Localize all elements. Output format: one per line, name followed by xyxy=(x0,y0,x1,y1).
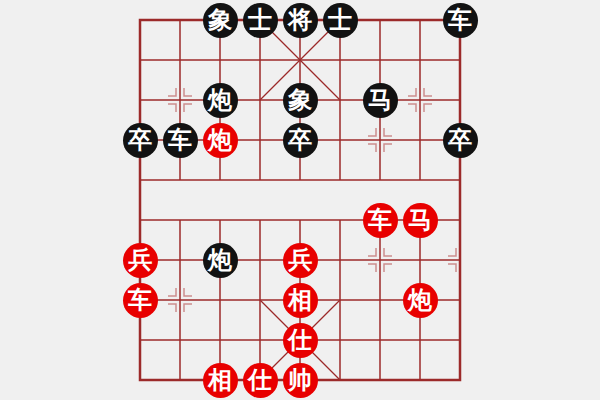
piece-grid[interactable]: 象士将士车炮象马卒车炮卒卒车马兵炮兵车相炮仕相仕帅 xyxy=(120,0,480,400)
piece-red-knight[interactable]: 马 xyxy=(403,203,438,238)
piece-red-cannon-2[interactable]: 炮 xyxy=(403,283,438,318)
piece-black-king[interactable]: 将 xyxy=(283,3,318,38)
piece-red-cannon-1[interactable]: 炮 xyxy=(203,123,238,158)
piece-black-rook-1[interactable]: 车 xyxy=(443,3,478,38)
piece-black-cannon-2[interactable]: 炮 xyxy=(203,243,238,278)
piece-red-pawn-2[interactable]: 兵 xyxy=(283,243,318,278)
piece-black-rook-2[interactable]: 车 xyxy=(163,123,198,158)
piece-red-elephant-2[interactable]: 相 xyxy=(203,363,238,398)
xiangqi-board: 象士将士车炮象马卒车炮卒卒车马兵炮兵车相炮仕相仕帅 xyxy=(0,0,600,400)
piece-black-advisor-1[interactable]: 士 xyxy=(243,3,278,38)
piece-red-pawn-1[interactable]: 兵 xyxy=(123,243,158,278)
piece-black-elephant-1[interactable]: 象 xyxy=(203,3,238,38)
piece-black-pawn-3[interactable]: 卒 xyxy=(443,123,478,158)
piece-black-pawn-1[interactable]: 卒 xyxy=(123,123,158,158)
piece-black-knight[interactable]: 马 xyxy=(363,83,398,118)
piece-black-pawn-2[interactable]: 卒 xyxy=(283,123,318,158)
piece-red-king[interactable]: 帅 xyxy=(283,363,318,398)
piece-black-elephant-2[interactable]: 象 xyxy=(283,83,318,118)
piece-red-advisor-1[interactable]: 仕 xyxy=(283,323,318,358)
piece-red-rook-2[interactable]: 车 xyxy=(123,283,158,318)
piece-red-elephant-1[interactable]: 相 xyxy=(283,283,318,318)
piece-red-advisor-2[interactable]: 仕 xyxy=(243,363,278,398)
piece-black-cannon-1[interactable]: 炮 xyxy=(203,83,238,118)
piece-red-rook-1[interactable]: 车 xyxy=(363,203,398,238)
piece-black-advisor-2[interactable]: 士 xyxy=(323,3,358,38)
